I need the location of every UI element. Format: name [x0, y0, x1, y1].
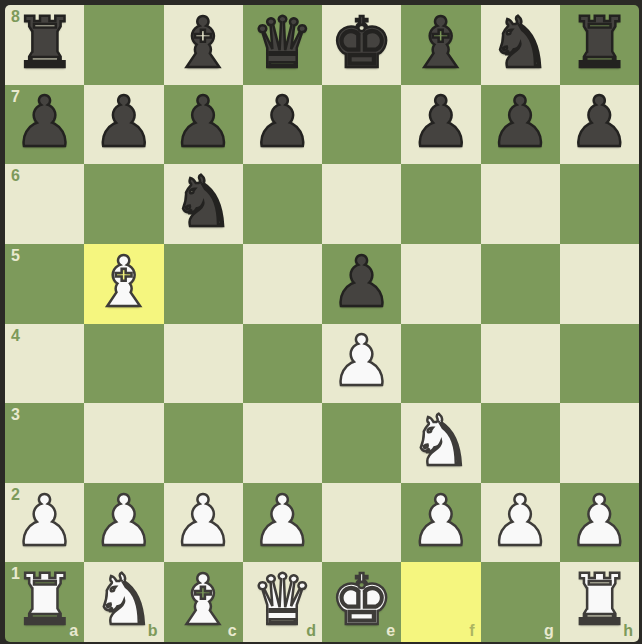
square-b3[interactable]: [84, 403, 163, 483]
square-e8[interactable]: ♚: [322, 5, 401, 85]
square-b6[interactable]: [84, 164, 163, 244]
piece-black-pawn[interactable]: ♟: [92, 87, 155, 157]
square-b2[interactable]: ♟: [84, 483, 163, 563]
piece-white-pawn[interactable]: ♟: [172, 486, 235, 556]
square-e4[interactable]: ♟: [322, 324, 401, 404]
chess-board: 8♜♝♛♚♝♞♜7♟♟♟♟♟♟♟6♞5♝♟4♟3♞2♟♟♟♟♟♟♟1a♜b♞c♝…: [5, 5, 639, 642]
piece-white-pawn[interactable]: ♟: [409, 486, 472, 556]
piece-black-rook[interactable]: ♜: [568, 8, 631, 78]
square-h6[interactable]: [560, 164, 639, 244]
square-h4[interactable]: [560, 324, 639, 404]
square-d8[interactable]: ♛: [243, 5, 322, 85]
square-g4[interactable]: [481, 324, 560, 404]
square-c2[interactable]: ♟: [164, 483, 243, 563]
rank-label-4: 4: [11, 328, 20, 344]
square-a8[interactable]: 8♜: [5, 5, 84, 85]
square-h3[interactable]: [560, 403, 639, 483]
square-f3[interactable]: ♞: [401, 403, 480, 483]
rank-label-6: 6: [11, 168, 20, 184]
square-c6[interactable]: ♞: [164, 164, 243, 244]
square-f5[interactable]: [401, 244, 480, 324]
square-c5[interactable]: [164, 244, 243, 324]
piece-black-rook[interactable]: ♜: [13, 8, 76, 78]
square-a7[interactable]: 7♟: [5, 85, 84, 165]
square-e1[interactable]: e♚: [322, 562, 401, 642]
square-d1[interactable]: d♛: [243, 562, 322, 642]
square-d5[interactable]: [243, 244, 322, 324]
square-f7[interactable]: ♟: [401, 85, 480, 165]
square-f6[interactable]: [401, 164, 480, 244]
piece-black-pawn[interactable]: ♟: [568, 87, 631, 157]
square-h5[interactable]: [560, 244, 639, 324]
piece-black-knight[interactable]: ♞: [172, 167, 235, 237]
square-d3[interactable]: [243, 403, 322, 483]
square-a5[interactable]: 5: [5, 244, 84, 324]
square-e5[interactable]: ♟: [322, 244, 401, 324]
piece-white-knight[interactable]: ♞: [92, 565, 155, 635]
square-d2[interactable]: ♟: [243, 483, 322, 563]
square-f1[interactable]: f: [401, 562, 480, 642]
piece-white-rook[interactable]: ♜: [568, 565, 631, 635]
square-b8[interactable]: [84, 5, 163, 85]
file-label-g: g: [544, 623, 554, 639]
piece-black-pawn[interactable]: ♟: [251, 87, 314, 157]
square-h7[interactable]: ♟: [560, 85, 639, 165]
square-g2[interactable]: ♟: [481, 483, 560, 563]
piece-black-king[interactable]: ♚: [330, 8, 393, 78]
rank-label-5: 5: [11, 248, 20, 264]
piece-black-pawn[interactable]: ♟: [489, 87, 552, 157]
square-c1[interactable]: c♝: [164, 562, 243, 642]
square-g7[interactable]: ♟: [481, 85, 560, 165]
piece-black-bishop[interactable]: ♝: [172, 8, 235, 78]
square-a3[interactable]: 3: [5, 403, 84, 483]
piece-black-pawn[interactable]: ♟: [330, 247, 393, 317]
piece-white-pawn[interactable]: ♟: [251, 486, 314, 556]
square-e6[interactable]: [322, 164, 401, 244]
piece-white-pawn[interactable]: ♟: [92, 486, 155, 556]
square-c8[interactable]: ♝: [164, 5, 243, 85]
piece-white-bishop[interactable]: ♝: [92, 247, 155, 317]
square-g1[interactable]: g: [481, 562, 560, 642]
piece-white-pawn[interactable]: ♟: [568, 486, 631, 556]
piece-white-pawn[interactable]: ♟: [489, 486, 552, 556]
piece-white-queen[interactable]: ♛: [251, 565, 314, 635]
square-f4[interactable]: [401, 324, 480, 404]
square-g3[interactable]: [481, 403, 560, 483]
page-background: 8♜♝♛♚♝♞♜7♟♟♟♟♟♟♟6♞5♝♟4♟3♞2♟♟♟♟♟♟♟1a♜b♞c♝…: [0, 0, 642, 644]
square-b4[interactable]: [84, 324, 163, 404]
square-h8[interactable]: ♜: [560, 5, 639, 85]
piece-white-bishop[interactable]: ♝: [172, 565, 235, 635]
square-e3[interactable]: [322, 403, 401, 483]
square-h1[interactable]: h♜: [560, 562, 639, 642]
square-a6[interactable]: 6: [5, 164, 84, 244]
square-b5[interactable]: ♝: [84, 244, 163, 324]
square-h2[interactable]: ♟: [560, 483, 639, 563]
square-a1[interactable]: 1a♜: [5, 562, 84, 642]
piece-black-bishop[interactable]: ♝: [409, 8, 472, 78]
square-c4[interactable]: [164, 324, 243, 404]
square-e2[interactable]: [322, 483, 401, 563]
square-b7[interactable]: ♟: [84, 85, 163, 165]
file-label-f: f: [469, 623, 474, 639]
piece-black-pawn[interactable]: ♟: [409, 87, 472, 157]
piece-white-pawn[interactable]: ♟: [330, 326, 393, 396]
square-d4[interactable]: [243, 324, 322, 404]
piece-black-pawn[interactable]: ♟: [172, 87, 235, 157]
square-a2[interactable]: 2♟: [5, 483, 84, 563]
piece-black-knight[interactable]: ♞: [489, 8, 552, 78]
piece-white-king[interactable]: ♚: [330, 565, 393, 635]
piece-black-queen[interactable]: ♛: [251, 8, 314, 78]
piece-white-knight[interactable]: ♞: [409, 406, 472, 476]
square-a4[interactable]: 4: [5, 324, 84, 404]
piece-white-pawn[interactable]: ♟: [13, 486, 76, 556]
piece-white-rook[interactable]: ♜: [13, 565, 76, 635]
square-f2[interactable]: ♟: [401, 483, 480, 563]
square-b1[interactable]: b♞: [84, 562, 163, 642]
square-c7[interactable]: ♟: [164, 85, 243, 165]
square-e7[interactable]: [322, 85, 401, 165]
square-g5[interactable]: [481, 244, 560, 324]
square-c3[interactable]: [164, 403, 243, 483]
piece-black-pawn[interactable]: ♟: [13, 87, 76, 157]
square-f8[interactable]: ♝: [401, 5, 480, 85]
square-d7[interactable]: ♟: [243, 85, 322, 165]
rank-label-3: 3: [11, 407, 20, 423]
square-g6[interactable]: [481, 164, 560, 244]
square-g8[interactable]: ♞: [481, 5, 560, 85]
square-d6[interactable]: [243, 164, 322, 244]
